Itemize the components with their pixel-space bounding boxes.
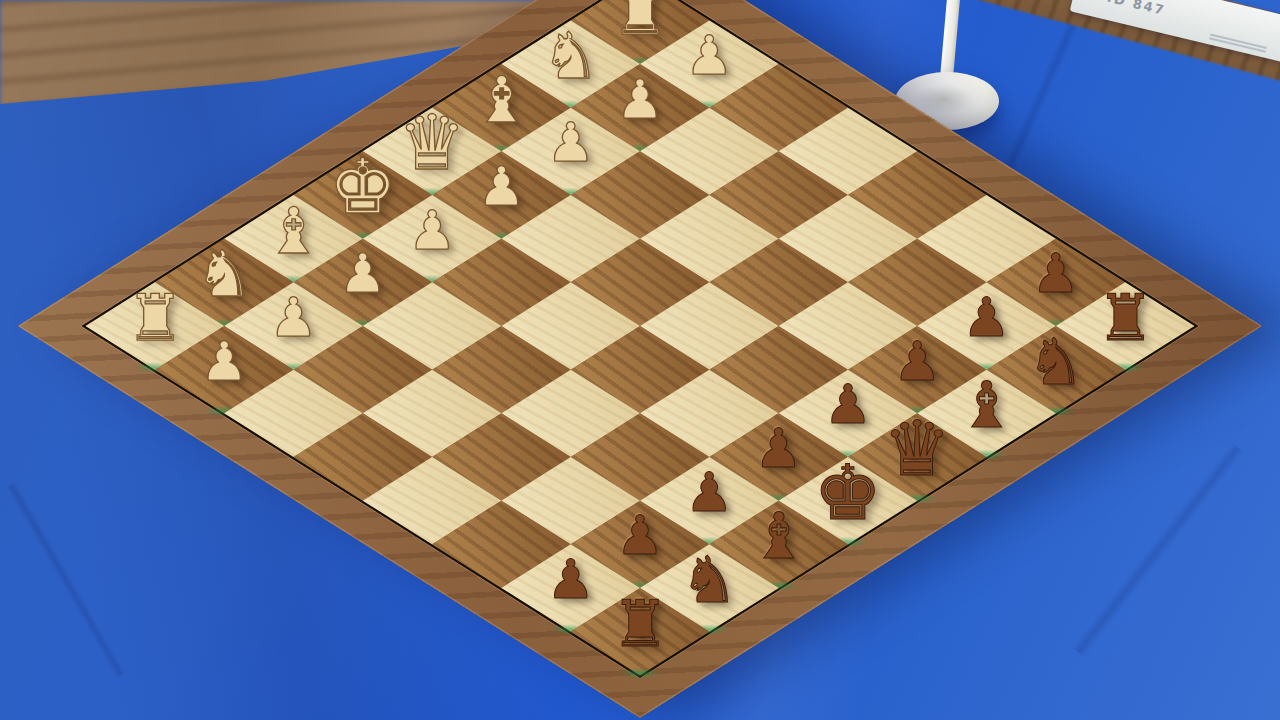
label-text: ID 847 <box>1106 0 1167 18</box>
black-rook-glyph: ♜ <box>611 592 668 656</box>
white-pawn-glyph: ♟ <box>200 335 248 389</box>
square-h8[interactable]: ♜ <box>571 588 710 675</box>
cloth-crease <box>1072 443 1245 658</box>
piece-black-rook-h8[interactable]: ♜ <box>577 569 703 695</box>
chess-board: ♜♞♝♚♛♝♞♜♟♟♟♟♟♟♟♟♟♟♟♟♟♟♟♟♜♞♝♚♛♝♞♜ <box>18 0 1263 718</box>
cloth-crease <box>6 482 126 679</box>
knight-logo-icon: ♞ <box>1083 0 1100 1</box>
